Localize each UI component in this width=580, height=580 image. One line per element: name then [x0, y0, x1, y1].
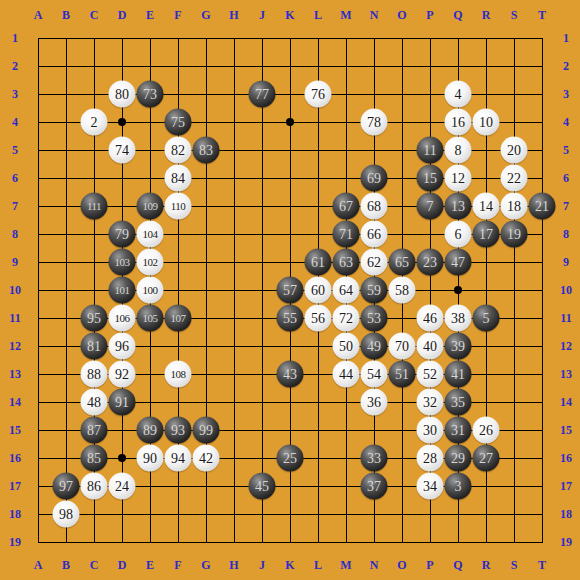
stone-white-88-C13[interactable]: 88	[81, 361, 108, 388]
stone-black-77-J3[interactable]: 77	[249, 81, 276, 108]
stone-black-95-C11[interactable]: 95	[81, 305, 108, 332]
stone-white-96-D12[interactable]: 96	[109, 333, 136, 360]
stone-black-57-K10[interactable]: 57	[277, 277, 304, 304]
row-label-left-16: 16	[9, 452, 21, 464]
stone-black-27-R16[interactable]: 27	[473, 445, 500, 472]
col-label-bottom-N: N	[370, 559, 379, 571]
stone-white-50-M12[interactable]: 50	[333, 333, 360, 360]
row-label-right-19: 19	[560, 536, 572, 548]
stone-black-107-F11[interactable]: 107	[165, 305, 192, 332]
row-label-right-6: 6	[563, 172, 569, 184]
col-label-top-S: S	[511, 9, 518, 21]
stone-black-99-G15[interactable]: 99	[193, 417, 220, 444]
stone-black-97-B17[interactable]: 97	[53, 473, 80, 500]
row-label-left-15: 15	[9, 424, 21, 436]
col-label-bottom-P: P	[426, 559, 433, 571]
stone-white-58-O10[interactable]: 58	[389, 277, 416, 304]
stone-black-5-R11[interactable]: 5	[473, 305, 500, 332]
stone-white-20-S5[interactable]: 20	[501, 137, 528, 164]
stone-black-19-S8[interactable]: 19	[501, 221, 528, 248]
stone-black-41-Q13[interactable]: 41	[445, 361, 472, 388]
stone-white-86-C17[interactable]: 86	[81, 473, 108, 500]
row-label-right-4: 4	[563, 116, 569, 128]
stone-white-102-E9[interactable]: 102	[137, 249, 164, 276]
stone-white-48-C14[interactable]: 48	[81, 389, 108, 416]
col-label-bottom-Q: Q	[453, 559, 462, 571]
stone-white-38-Q11[interactable]: 38	[445, 305, 472, 332]
stone-white-2-C4[interactable]: 2	[81, 109, 108, 136]
stone-black-25-K16[interactable]: 25	[277, 445, 304, 472]
row-label-left-3: 3	[12, 88, 18, 100]
stone-white-110-F7[interactable]: 110	[165, 193, 192, 220]
stone-black-83-G5[interactable]: 83	[193, 137, 220, 164]
stone-black-37-N17[interactable]: 37	[361, 473, 388, 500]
stone-black-71-M8[interactable]: 71	[333, 221, 360, 248]
row-label-right-7: 7	[563, 200, 569, 212]
stone-black-11-P5[interactable]: 11	[417, 137, 444, 164]
stone-black-45-J17[interactable]: 45	[249, 473, 276, 500]
row-label-right-18: 18	[560, 508, 572, 520]
row-label-right-15: 15	[560, 424, 572, 436]
star-point-D16	[118, 454, 126, 462]
stone-white-70-O12[interactable]: 70	[389, 333, 416, 360]
stone-white-60-L10[interactable]: 60	[305, 277, 332, 304]
col-label-bottom-E: E	[146, 559, 154, 571]
stone-white-6-Q8[interactable]: 6	[445, 221, 472, 248]
stone-white-18-S7[interactable]: 18	[501, 193, 528, 220]
col-label-top-P: P	[426, 9, 433, 21]
stone-black-59-N10[interactable]: 59	[361, 277, 388, 304]
row-label-left-11: 11	[9, 312, 20, 324]
row-label-right-14: 14	[560, 396, 572, 408]
stone-white-106-D11[interactable]: 106	[109, 305, 136, 332]
stone-white-66-N8[interactable]: 66	[361, 221, 388, 248]
row-label-left-8: 8	[12, 228, 18, 240]
stone-white-46-P11[interactable]: 46	[417, 305, 444, 332]
row-label-right-11: 11	[560, 312, 571, 324]
col-label-top-J: J	[259, 9, 265, 21]
stone-white-44-M13[interactable]: 44	[333, 361, 360, 388]
stone-black-103-D9[interactable]: 103	[109, 249, 136, 276]
stone-black-89-E15[interactable]: 89	[137, 417, 164, 444]
stone-black-79-D8[interactable]: 79	[109, 221, 136, 248]
stone-black-15-P6[interactable]: 15	[417, 165, 444, 192]
row-label-left-9: 9	[12, 256, 18, 268]
stone-white-42-G16[interactable]: 42	[193, 445, 220, 472]
col-label-bottom-S: S	[511, 559, 518, 571]
col-label-top-K: K	[285, 9, 294, 21]
stone-black-63-M9[interactable]: 63	[333, 249, 360, 276]
stone-black-61-L9[interactable]: 61	[305, 249, 332, 276]
stone-white-24-D17[interactable]: 24	[109, 473, 136, 500]
col-label-bottom-R: R	[482, 559, 491, 571]
col-label-bottom-O: O	[397, 559, 406, 571]
row-label-right-8: 8	[563, 228, 569, 240]
stone-white-104-E8[interactable]: 104	[137, 221, 164, 248]
col-label-top-E: E	[146, 9, 154, 21]
col-label-top-C: C	[90, 9, 99, 21]
stone-white-34-P17[interactable]: 34	[417, 473, 444, 500]
stone-white-62-N9[interactable]: 62	[361, 249, 388, 276]
stone-white-54-N13[interactable]: 54	[361, 361, 388, 388]
row-label-left-19: 19	[9, 536, 21, 548]
stone-white-4-Q3[interactable]: 4	[445, 81, 472, 108]
stone-black-17-R8[interactable]: 17	[473, 221, 500, 248]
row-label-left-12: 12	[9, 340, 21, 352]
row-label-right-17: 17	[560, 480, 572, 492]
stone-black-33-N16[interactable]: 33	[361, 445, 388, 472]
stone-black-111-C7[interactable]: 111	[81, 193, 108, 220]
stone-white-76-L3[interactable]: 76	[305, 81, 332, 108]
col-label-top-D: D	[118, 9, 127, 21]
stone-white-52-P13[interactable]: 52	[417, 361, 444, 388]
stone-white-56-L11[interactable]: 56	[305, 305, 332, 332]
stone-white-80-D3[interactable]: 80	[109, 81, 136, 108]
stone-black-35-Q14[interactable]: 35	[445, 389, 472, 416]
col-label-top-R: R	[482, 9, 491, 21]
stone-black-13-Q7[interactable]: 13	[445, 193, 472, 220]
stone-white-36-N14[interactable]: 36	[361, 389, 388, 416]
col-label-bottom-L: L	[314, 559, 322, 571]
stone-white-64-M10[interactable]: 64	[333, 277, 360, 304]
stone-white-32-P14[interactable]: 32	[417, 389, 444, 416]
stone-black-65-O9[interactable]: 65	[389, 249, 416, 276]
stone-white-68-N7[interactable]: 68	[361, 193, 388, 220]
stone-black-81-C12[interactable]: 81	[81, 333, 108, 360]
stone-black-69-N6[interactable]: 69	[361, 165, 388, 192]
stone-white-84-F6[interactable]: 84	[165, 165, 192, 192]
row-label-right-16: 16	[560, 452, 572, 464]
stone-white-10-R4[interactable]: 10	[473, 109, 500, 136]
row-label-left-10: 10	[9, 284, 21, 296]
stone-black-105-E11[interactable]: 105	[137, 305, 164, 332]
stone-black-21-T7[interactable]: 21	[529, 193, 556, 220]
col-label-top-M: M	[340, 9, 351, 21]
row-label-left-18: 18	[9, 508, 21, 520]
row-label-left-4: 4	[12, 116, 18, 128]
stone-black-47-Q9[interactable]: 47	[445, 249, 472, 276]
col-label-top-H: H	[229, 9, 238, 21]
star-point-Q10	[454, 286, 462, 294]
row-label-left-2: 2	[12, 60, 18, 72]
col-label-top-B: B	[62, 9, 70, 21]
stone-white-92-D13[interactable]: 92	[109, 361, 136, 388]
stone-white-100-E10[interactable]: 100	[137, 277, 164, 304]
stone-black-3-Q17[interactable]: 3	[445, 473, 472, 500]
col-label-bottom-K: K	[285, 559, 294, 571]
stone-white-78-N4[interactable]: 78	[361, 109, 388, 136]
stone-white-108-F13[interactable]: 108	[165, 361, 192, 388]
stone-white-74-D5[interactable]: 74	[109, 137, 136, 164]
row-label-right-5: 5	[563, 144, 569, 156]
col-label-top-N: N	[370, 9, 379, 21]
stone-white-94-F16[interactable]: 94	[165, 445, 192, 472]
star-point-D4	[118, 118, 126, 126]
col-label-top-T: T	[538, 9, 546, 21]
col-label-bottom-D: D	[118, 559, 127, 571]
stone-white-16-Q4[interactable]: 16	[445, 109, 472, 136]
col-label-bottom-M: M	[340, 559, 351, 571]
star-point-K4	[286, 118, 294, 126]
col-label-top-G: G	[201, 9, 210, 21]
stone-black-29-Q16[interactable]: 29	[445, 445, 472, 472]
stone-white-30-P15[interactable]: 30	[417, 417, 444, 444]
stone-white-98-B18[interactable]: 98	[53, 501, 80, 528]
col-label-bottom-J: J	[259, 559, 265, 571]
row-label-left-14: 14	[9, 396, 21, 408]
stone-black-101-D10[interactable]: 101	[109, 277, 136, 304]
stone-black-91-D14[interactable]: 91	[109, 389, 136, 416]
stone-black-53-N11[interactable]: 53	[361, 305, 388, 332]
col-label-bottom-C: C	[90, 559, 99, 571]
row-label-right-12: 12	[560, 340, 572, 352]
stone-white-28-P16[interactable]: 28	[417, 445, 444, 472]
row-label-right-3: 3	[563, 88, 569, 100]
go-board-diagram: AABBCCDDEEFFGGHHJJKKLLMMNNOOPPQQRRSSTT11…	[0, 0, 580, 580]
stone-white-40-P12[interactable]: 40	[417, 333, 444, 360]
row-label-right-1: 1	[563, 32, 569, 44]
col-label-top-A: A	[34, 9, 43, 21]
col-label-bottom-H: H	[229, 559, 238, 571]
row-label-right-9: 9	[563, 256, 569, 268]
stone-black-73-E3[interactable]: 73	[137, 81, 164, 108]
stone-black-51-O13[interactable]: 51	[389, 361, 416, 388]
col-label-bottom-T: T	[538, 559, 546, 571]
row-label-left-5: 5	[12, 144, 18, 156]
row-label-left-17: 17	[9, 480, 21, 492]
col-label-top-F: F	[174, 9, 181, 21]
col-label-bottom-A: A	[34, 559, 43, 571]
row-label-right-2: 2	[563, 60, 569, 72]
stone-white-90-E16[interactable]: 90	[137, 445, 164, 472]
col-label-bottom-F: F	[174, 559, 181, 571]
col-label-bottom-B: B	[62, 559, 70, 571]
stone-black-23-P9[interactable]: 23	[417, 249, 444, 276]
row-label-left-1: 1	[12, 32, 18, 44]
stone-black-67-M7[interactable]: 67	[333, 193, 360, 220]
stone-white-72-M11[interactable]: 72	[333, 305, 360, 332]
stone-white-8-Q5[interactable]: 8	[445, 137, 472, 164]
stone-black-93-F15[interactable]: 93	[165, 417, 192, 444]
stone-black-87-C15[interactable]: 87	[81, 417, 108, 444]
row-label-left-13: 13	[9, 368, 21, 380]
stone-black-85-C16[interactable]: 85	[81, 445, 108, 472]
row-label-right-10: 10	[560, 284, 572, 296]
stone-white-22-S6[interactable]: 22	[501, 165, 528, 192]
stone-black-39-Q12[interactable]: 39	[445, 333, 472, 360]
row-label-left-6: 6	[12, 172, 18, 184]
stone-black-7-P7[interactable]: 7	[417, 193, 444, 220]
row-label-left-7: 7	[12, 200, 18, 212]
stone-white-82-F5[interactable]: 82	[165, 137, 192, 164]
stone-black-31-Q15[interactable]: 31	[445, 417, 472, 444]
stone-black-43-K13[interactable]: 43	[277, 361, 304, 388]
stone-white-12-Q6[interactable]: 12	[445, 165, 472, 192]
stone-black-75-F4[interactable]: 75	[165, 109, 192, 136]
row-label-right-13: 13	[560, 368, 572, 380]
stone-black-109-E7[interactable]: 109	[137, 193, 164, 220]
col-label-top-L: L	[314, 9, 322, 21]
stone-white-26-R15[interactable]: 26	[473, 417, 500, 444]
col-label-bottom-G: G	[201, 559, 210, 571]
stone-black-49-N12[interactable]: 49	[361, 333, 388, 360]
col-label-top-O: O	[397, 9, 406, 21]
stone-white-14-R7[interactable]: 14	[473, 193, 500, 220]
col-label-top-Q: Q	[453, 9, 462, 21]
stone-black-55-K11[interactable]: 55	[277, 305, 304, 332]
